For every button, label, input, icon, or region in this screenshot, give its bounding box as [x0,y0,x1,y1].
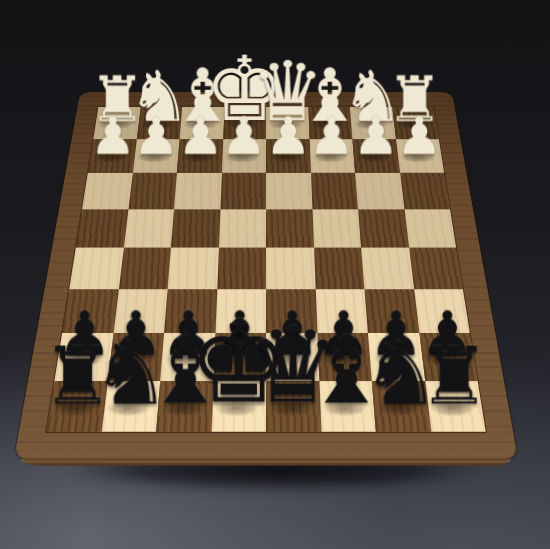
square-b4[interactable] [358,209,409,248]
square-h5[interactable] [69,248,123,289]
square-d3[interactable] [266,173,312,209]
white-pawn[interactable]: ♟ [221,111,267,163]
square-g5[interactable] [118,248,171,289]
chess-board: ♜♞♝♚♛♝♞♜♟♟♟♟♟♟♟♟♟♟♟♟♟♟♟♟♜♞♝♚♛♝♞♜ [14,92,518,459]
white-pawn[interactable]: ♟ [177,111,223,163]
white-pawn[interactable]: ♟ [133,111,179,163]
square-e3[interactable] [220,173,266,209]
square-a2[interactable]: ♟ [396,139,445,173]
square-e5[interactable] [217,248,266,289]
white-pawn[interactable]: ♟ [352,111,398,163]
square-g2[interactable]: ♟ [132,139,179,173]
black-rook[interactable]: ♜ [419,337,490,416]
square-b3[interactable] [355,173,404,209]
square-f4[interactable] [171,209,220,248]
square-b5[interactable] [361,248,414,289]
square-g3[interactable] [128,173,177,209]
board-front-edge [21,459,511,465]
square-f3[interactable] [174,173,221,209]
white-pawn[interactable]: ♟ [89,111,135,163]
square-c3[interactable] [311,173,358,209]
square-c4[interactable] [312,209,361,248]
square-b2[interactable]: ♟ [352,139,399,173]
square-e4[interactable] [218,209,266,248]
square-c5[interactable] [314,248,365,289]
square-d2[interactable]: ♟ [266,139,311,173]
square-d4[interactable] [266,209,314,248]
square-d5[interactable] [266,248,315,289]
white-pawn[interactable]: ♟ [396,111,442,163]
square-h2[interactable]: ♟ [88,139,137,173]
white-pawn[interactable]: ♟ [265,111,311,163]
square-e2[interactable]: ♟ [221,139,266,173]
square-f2[interactable]: ♟ [177,139,223,173]
square-f5[interactable] [168,248,219,289]
square-a3[interactable] [400,173,450,209]
square-a4[interactable] [404,209,456,248]
photo-background: ♜♞♝♚♛♝♞♜♟♟♟♟♟♟♟♟♟♟♟♟♟♟♟♟♜♞♝♚♛♝♞♜ [0,0,550,549]
square-h3[interactable] [82,173,132,209]
square-h4[interactable] [76,209,128,248]
board-grid: ♜♞♝♚♛♝♞♜♟♟♟♟♟♟♟♟♟♟♟♟♟♟♟♟♜♞♝♚♛♝♞♜ [46,107,485,432]
square-c2[interactable]: ♟ [309,139,355,173]
square-a5[interactable] [409,248,463,289]
square-a8[interactable]: ♜ [425,381,486,432]
square-g4[interactable] [123,209,174,248]
white-pawn[interactable]: ♟ [309,111,355,163]
